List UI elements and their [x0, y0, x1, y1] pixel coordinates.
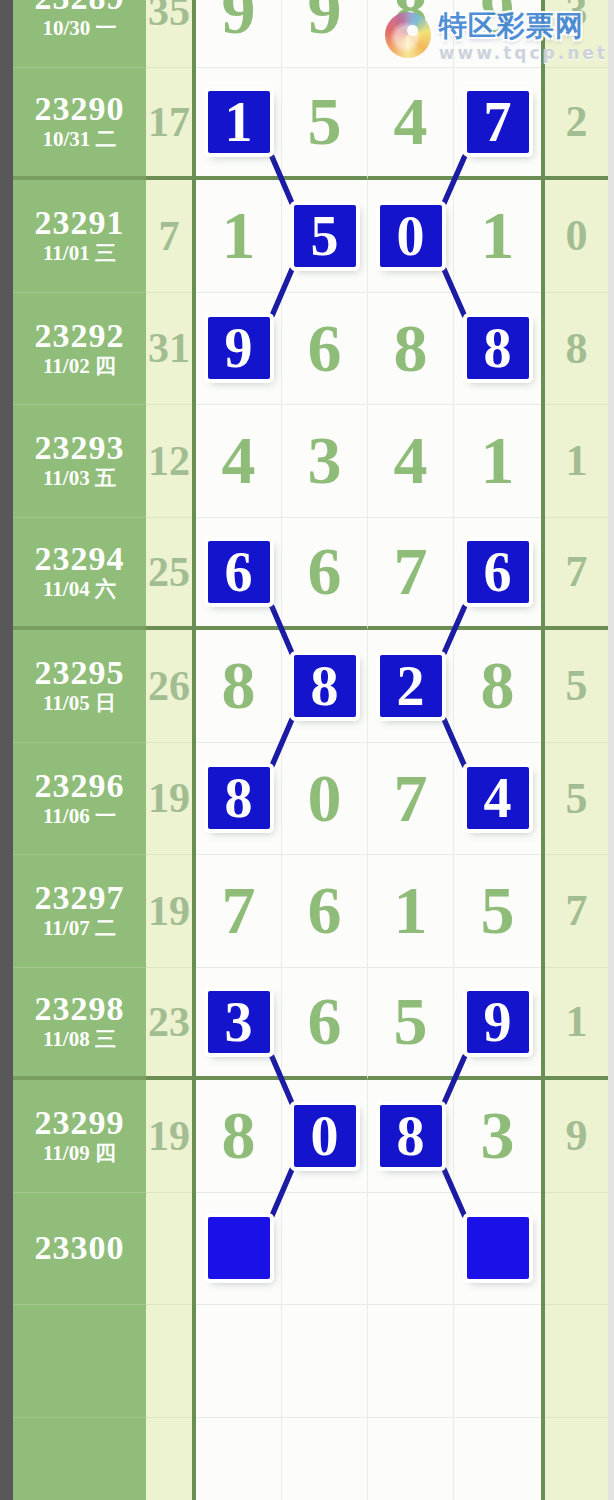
tail-digit-cell: 5 [545, 743, 608, 856]
highlighted-digit-box: 3 [208, 991, 270, 1053]
highlighted-digit-box: 6 [208, 541, 270, 603]
digit-cell: 8 [196, 630, 282, 743]
draw-row: 2329511/05 日2688285 [0, 630, 614, 743]
date-label: 11/01 三 [43, 241, 116, 266]
digit-value: 3 [481, 1096, 515, 1175]
digit-cell: 2 [368, 630, 454, 743]
highlighted-digit-box: 8 [467, 317, 529, 379]
date-label: 11/08 三 [43, 1027, 116, 1052]
digit-cell: 7 [196, 855, 282, 968]
digit-cell: 4 [196, 405, 282, 518]
left-frame-bar [0, 1305, 13, 1418]
digit-cell: 5 [454, 855, 541, 968]
left-frame-bar [0, 1418, 13, 1500]
digit-cell [368, 1193, 454, 1306]
digit-cell: 1 [196, 68, 282, 181]
draw-row: 2329211/02 四3196888 [0, 293, 614, 406]
site-logo-icon [385, 12, 431, 58]
digit-value: 7 [394, 532, 428, 611]
period-label: 23297 [35, 880, 125, 916]
digit-value: 4 [394, 82, 428, 161]
date-label: 11/09 四 [43, 1141, 116, 1166]
miss-count-cell: 12 [146, 405, 192, 518]
highlighted-digit-box: 9 [208, 317, 270, 379]
right-frame-bar [608, 405, 614, 518]
date-label: 11/02 四 [43, 354, 116, 379]
digit-cell [282, 1418, 368, 1500]
period-label: 23294 [35, 541, 125, 577]
right-frame-bar [608, 293, 614, 406]
digit-cell: 4 [368, 405, 454, 518]
digit-cell: 0 [282, 743, 368, 856]
highlighted-digit-box: 0 [380, 205, 442, 267]
period-cell: 2329311/03 五 [13, 405, 146, 518]
highlighted-digit-box: 6 [467, 541, 529, 603]
digit-cell: 1 [454, 405, 541, 518]
site-watermark-text: 特区彩票网 www.tqcp.net [439, 10, 608, 63]
digit-value: 9 [308, 0, 342, 50]
right-frame-bar [608, 180, 614, 293]
highlighted-digit-box: 8 [380, 1105, 442, 1167]
period-label: 23295 [35, 655, 125, 691]
highlighted-digit-box: 5 [294, 205, 356, 267]
left-frame-bar [0, 68, 13, 181]
tail-digit-cell: 8 [545, 293, 608, 406]
right-frame-bar [608, 968, 614, 1081]
digit-cell [196, 1305, 282, 1418]
draw-row: 23300 [0, 1193, 614, 1306]
right-frame-bar [608, 855, 614, 968]
digit-value: 5 [308, 82, 342, 161]
digit-value: 8 [481, 646, 515, 725]
digit-cell [454, 1418, 541, 1500]
date-label: 10/30 一 [42, 16, 116, 41]
tail-digit-cell: 7 [545, 855, 608, 968]
digit-value: 8 [222, 646, 256, 725]
highlighted-digit-box: 4 [467, 767, 529, 829]
digit-value: 4 [222, 421, 256, 500]
period-label: 23291 [35, 205, 125, 241]
miss-count-cell: 19 [146, 855, 192, 968]
digit-cell [368, 1305, 454, 1418]
period-label: 23299 [35, 1105, 125, 1141]
digit-cell: 8 [454, 630, 541, 743]
period-cell [13, 1418, 146, 1500]
date-label: 11/07 二 [43, 916, 116, 941]
digit-value: 5 [394, 982, 428, 1061]
digit-cell: 5 [282, 68, 368, 181]
digit-cell [196, 1193, 282, 1306]
digit-cell: 4 [368, 68, 454, 181]
left-frame-bar [0, 630, 13, 743]
draw-row: 2329811/08 三2336591 [0, 968, 614, 1081]
left-frame-bar [0, 518, 13, 631]
tail-digit-cell: 7 [545, 518, 608, 631]
lottery-trend-board: 2328910/30 一35998932329010/31 二171547223… [0, 0, 614, 1500]
miss-count-cell: 23 [146, 968, 192, 1081]
date-label: 11/04 六 [43, 577, 116, 602]
digit-cell: 5 [282, 180, 368, 293]
right-frame-bar [608, 1305, 614, 1418]
digit-cell [368, 1418, 454, 1500]
digit-value: 1 [481, 421, 515, 500]
digit-cell: 1 [454, 180, 541, 293]
left-frame-bar [0, 180, 13, 293]
tail-digit-cell: 2 [545, 68, 608, 181]
period-cell: 2329611/06 一 [13, 743, 146, 856]
draw-row [0, 1305, 614, 1418]
highlighted-digit-box: 1 [208, 91, 270, 153]
draw-row: 2329010/31 二1715472 [0, 68, 614, 181]
digit-cell: 8 [368, 1080, 454, 1193]
digit-cell: 0 [282, 1080, 368, 1193]
period-cell: 2328910/30 一 [13, 0, 146, 68]
digit-cell: 8 [368, 293, 454, 406]
miss-count-cell [146, 1418, 192, 1500]
digit-cell: 6 [282, 855, 368, 968]
date-label: 10/31 二 [42, 127, 116, 152]
digit-cell: 9 [454, 968, 541, 1081]
period-cell [13, 1305, 146, 1418]
highlighted-digit-box: 2 [380, 655, 442, 717]
digit-cell: 6 [282, 518, 368, 631]
miss-count-cell: 17 [146, 68, 192, 181]
miss-count-cell: 19 [146, 743, 192, 856]
period-cell: 2329211/02 四 [13, 293, 146, 406]
left-frame-bar [0, 405, 13, 518]
digit-value: 4 [394, 421, 428, 500]
digit-value: 6 [308, 982, 342, 1061]
left-frame-bar [0, 968, 13, 1081]
right-frame-bar [608, 518, 614, 631]
highlighted-digit-box: 8 [208, 767, 270, 829]
digit-cell [454, 1305, 541, 1418]
digit-value: 7 [222, 871, 256, 950]
digit-cell: 3 [454, 1080, 541, 1193]
digit-cell: 6 [454, 518, 541, 631]
period-cell: 2329811/08 三 [13, 968, 146, 1081]
digit-cell: 1 [196, 180, 282, 293]
left-frame-bar [0, 0, 13, 68]
left-frame-bar [0, 1193, 13, 1306]
draw-rows: 2328910/30 一35998932329010/31 二171547223… [0, 0, 614, 1500]
digit-cell: 9 [282, 0, 368, 68]
tail-digit-cell [545, 1193, 608, 1306]
highlighted-digit-box: 9 [467, 991, 529, 1053]
miss-count-cell: 7 [146, 180, 192, 293]
digit-value: 1 [481, 196, 515, 275]
right-frame-bar [608, 68, 614, 181]
site-url: www.tqcp.net [439, 43, 608, 63]
digit-cell: 6 [196, 518, 282, 631]
left-frame-bar [0, 855, 13, 968]
draw-row: 2329611/06 一1980745 [0, 743, 614, 856]
period-cell: 2329711/07 二 [13, 855, 146, 968]
period-label: 23298 [35, 991, 125, 1027]
digit-cell: 4 [454, 743, 541, 856]
digit-cell [454, 1193, 541, 1306]
tail-digit-cell [545, 1305, 608, 1418]
draw-row: 2329711/07 二1976157 [0, 855, 614, 968]
digit-value: 6 [308, 871, 342, 950]
left-frame-bar [0, 293, 13, 406]
digit-cell: 6 [282, 968, 368, 1081]
digit-cell [196, 1418, 282, 1500]
miss-count-cell [146, 1305, 192, 1418]
digit-value: 1 [394, 871, 428, 950]
digit-cell: 8 [282, 630, 368, 743]
digit-value: 7 [394, 759, 428, 838]
digit-value: 1 [222, 196, 256, 275]
tail-digit-cell: 1 [545, 968, 608, 1081]
miss-count-cell: 25 [146, 518, 192, 631]
draw-row: 2329411/04 六2566767 [0, 518, 614, 631]
digit-cell: 8 [196, 743, 282, 856]
digit-value: 0 [308, 759, 342, 838]
digit-value: 9 [222, 0, 256, 50]
digit-cell: 5 [368, 968, 454, 1081]
site-name: 特区彩票网 [439, 10, 608, 42]
digit-value: 8 [222, 1096, 256, 1175]
digit-cell: 8 [454, 293, 541, 406]
period-label: 23293 [35, 430, 125, 466]
right-frame-bar [608, 1080, 614, 1193]
highlighted-digit-box: 0 [294, 1105, 356, 1167]
pending-digit-box [208, 1217, 270, 1279]
period-label: 23300 [35, 1230, 125, 1266]
right-frame-bar [608, 1193, 614, 1306]
digit-value: 5 [481, 871, 515, 950]
right-frame-bar [608, 743, 614, 856]
right-frame-bar [608, 1418, 614, 1500]
miss-count-cell: 26 [146, 630, 192, 743]
left-frame-bar [0, 743, 13, 856]
right-frame-bar [608, 0, 614, 68]
site-watermark: 特区彩票网 www.tqcp.net [385, 10, 608, 63]
draw-row: 2329311/03 五1243411 [0, 405, 614, 518]
miss-count-cell: 31 [146, 293, 192, 406]
digit-cell: 3 [196, 968, 282, 1081]
draw-row [0, 1418, 614, 1500]
period-label: 23296 [35, 768, 125, 804]
digit-cell: 9 [196, 0, 282, 68]
right-frame-bar [608, 630, 614, 743]
tail-digit-cell: 1 [545, 405, 608, 518]
miss-count-cell [146, 1193, 192, 1306]
period-cell: 2329411/04 六 [13, 518, 146, 631]
date-label: 11/06 一 [43, 804, 116, 829]
digit-value: 3 [308, 421, 342, 500]
digit-cell [282, 1305, 368, 1418]
period-cell: 2329511/05 日 [13, 630, 146, 743]
digit-cell: 3 [282, 405, 368, 518]
digit-cell: 7 [454, 68, 541, 181]
period-cell: 2329010/31 二 [13, 68, 146, 181]
period-label: 23289 [35, 0, 125, 16]
digit-value: 6 [308, 532, 342, 611]
highlighted-digit-box: 7 [467, 91, 529, 153]
tail-digit-cell: 9 [545, 1080, 608, 1193]
digit-cell: 7 [368, 743, 454, 856]
period-label: 23292 [35, 318, 125, 354]
period-cell: 23300 [13, 1193, 146, 1306]
draw-row: 2329911/09 四1980839 [0, 1080, 614, 1193]
tail-digit-cell [545, 1418, 608, 1500]
digit-cell: 8 [196, 1080, 282, 1193]
digit-cell: 9 [196, 293, 282, 406]
tail-digit-cell: 5 [545, 630, 608, 743]
period-cell: 2329911/09 四 [13, 1080, 146, 1193]
left-frame-bar [0, 1080, 13, 1193]
date-label: 11/05 日 [43, 691, 116, 716]
digit-cell: 1 [368, 855, 454, 968]
period-label: 23290 [35, 91, 125, 127]
date-label: 11/03 五 [43, 466, 116, 491]
pending-digit-box [467, 1217, 529, 1279]
highlighted-digit-box: 8 [294, 655, 356, 717]
digit-cell: 0 [368, 180, 454, 293]
digit-value: 8 [394, 309, 428, 388]
digit-cell: 6 [282, 293, 368, 406]
miss-count-cell: 35 [146, 0, 192, 68]
draw-row: 2329111/01 三715010 [0, 180, 614, 293]
period-cell: 2329111/01 三 [13, 180, 146, 293]
digit-value: 6 [308, 309, 342, 388]
tail-digit-cell: 0 [545, 180, 608, 293]
miss-count-cell: 19 [146, 1080, 192, 1193]
digit-cell [282, 1193, 368, 1306]
digit-cell: 7 [368, 518, 454, 631]
